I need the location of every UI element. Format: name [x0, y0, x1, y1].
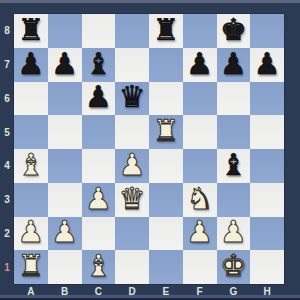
square-e6[interactable] [149, 82, 183, 116]
square-g2[interactable]: ♟ [217, 217, 251, 251]
square-d2[interactable] [115, 217, 149, 251]
piece-white-queen: ♛ [119, 184, 146, 214]
square-e5[interactable]: ♜ [149, 115, 183, 149]
rank-label-6: 6 [0, 82, 14, 116]
piece-black-rook: ♜ [17, 15, 44, 45]
rank-label-4: 4 [0, 149, 14, 183]
piece-black-pawn: ♟ [85, 82, 112, 112]
square-c7[interactable]: ♝ [82, 48, 116, 82]
square-h6[interactable] [250, 82, 284, 116]
square-g4[interactable]: ♝ [217, 149, 251, 183]
square-h5[interactable] [250, 115, 284, 149]
square-h3[interactable] [250, 183, 284, 217]
piece-white-bishop: ♝ [85, 251, 112, 281]
piece-black-bishop: ♝ [85, 49, 112, 79]
square-e4[interactable] [149, 149, 183, 183]
square-g8[interactable]: ♚ [217, 14, 251, 48]
rank-label-1: 1 [0, 250, 14, 284]
square-g1[interactable]: ♚ [217, 250, 251, 284]
square-b8[interactable] [48, 14, 82, 48]
rank-label-3: 3 [0, 183, 14, 217]
square-f6[interactable] [183, 82, 217, 116]
piece-white-rook: ♜ [17, 251, 44, 281]
square-d7[interactable] [115, 48, 149, 82]
piece-white-bishop: ♝ [17, 150, 44, 180]
square-b5[interactable] [48, 115, 82, 149]
square-e7[interactable] [149, 48, 183, 82]
square-c1[interactable]: ♝ [82, 250, 116, 284]
piece-black-pawn: ♟ [17, 49, 44, 79]
square-e2[interactable] [149, 217, 183, 251]
square-c8[interactable] [82, 14, 116, 48]
piece-white-knight: ♞ [186, 184, 213, 214]
square-c6[interactable]: ♟ [82, 82, 116, 116]
square-c3[interactable]: ♟ [82, 183, 116, 217]
square-h7[interactable]: ♟ [250, 48, 284, 82]
board: ♜♜♚♟♟♝♟♟♟♟♛♜♝♟♝♟♛♞♟♟♟♟♜♝♚ [14, 14, 284, 284]
square-g3[interactable] [217, 183, 251, 217]
square-a1[interactable]: ♜ [14, 250, 48, 284]
rank-label-7: 7 [0, 48, 14, 82]
square-b7[interactable]: ♟ [48, 48, 82, 82]
piece-white-pawn: ♟ [17, 217, 44, 247]
square-d5[interactable] [115, 115, 149, 149]
square-a3[interactable] [14, 183, 48, 217]
square-b6[interactable] [48, 82, 82, 116]
square-f1[interactable] [183, 250, 217, 284]
square-a6[interactable] [14, 82, 48, 116]
piece-black-pawn: ♟ [220, 49, 247, 79]
piece-black-rook: ♜ [152, 15, 179, 45]
square-f4[interactable] [183, 149, 217, 183]
piece-black-pawn: ♟ [51, 49, 78, 79]
piece-white-rook: ♜ [152, 116, 179, 146]
square-h2[interactable] [250, 217, 284, 251]
piece-white-king: ♚ [220, 251, 247, 281]
square-c2[interactable] [82, 217, 116, 251]
rank-label-8: 8 [0, 14, 14, 48]
square-d3[interactable]: ♛ [115, 183, 149, 217]
piece-white-pawn: ♟ [119, 150, 146, 180]
square-e8[interactable]: ♜ [149, 14, 183, 48]
square-f3[interactable]: ♞ [183, 183, 217, 217]
square-g5[interactable] [217, 115, 251, 149]
square-e1[interactable] [149, 250, 183, 284]
piece-black-king: ♚ [220, 15, 247, 45]
rank-label-5: 5 [0, 115, 14, 149]
rank-labels: 87654321 [0, 14, 14, 284]
square-c4[interactable] [82, 149, 116, 183]
piece-white-pawn: ♟ [220, 217, 247, 247]
square-a8[interactable]: ♜ [14, 14, 48, 48]
square-g7[interactable]: ♟ [217, 48, 251, 82]
rank-label-2: 2 [0, 217, 14, 251]
square-h1[interactable] [250, 250, 284, 284]
square-h8[interactable] [250, 14, 284, 48]
square-d6[interactable]: ♛ [115, 82, 149, 116]
piece-black-queen: ♛ [119, 82, 146, 112]
chess-board-frame: 87654321 ABCDEFGH ♜♜♚♟♟♝♟♟♟♟♛♜♝♟♝♟♛♞♟♟♟♟… [0, 0, 300, 300]
square-b3[interactable] [48, 183, 82, 217]
square-d4[interactable]: ♟ [115, 149, 149, 183]
square-h4[interactable] [250, 149, 284, 183]
piece-black-pawn: ♟ [186, 49, 213, 79]
square-c5[interactable] [82, 115, 116, 149]
square-d8[interactable] [115, 14, 149, 48]
piece-black-pawn: ♟ [254, 49, 281, 79]
frame-top-stripe [0, 0, 300, 3]
square-e3[interactable] [149, 183, 183, 217]
square-f7[interactable]: ♟ [183, 48, 217, 82]
square-a7[interactable]: ♟ [14, 48, 48, 82]
piece-white-pawn: ♟ [186, 217, 213, 247]
square-f5[interactable] [183, 115, 217, 149]
square-a2[interactable]: ♟ [14, 217, 48, 251]
piece-white-pawn: ♟ [51, 217, 78, 247]
square-d1[interactable] [115, 250, 149, 284]
square-a5[interactable] [14, 115, 48, 149]
square-a4[interactable]: ♝ [14, 149, 48, 183]
square-b1[interactable] [48, 250, 82, 284]
square-b2[interactable]: ♟ [48, 217, 82, 251]
square-f8[interactable] [183, 14, 217, 48]
piece-white-pawn: ♟ [85, 184, 112, 214]
square-b4[interactable] [48, 149, 82, 183]
piece-black-bishop: ♝ [220, 150, 247, 180]
square-g6[interactable] [217, 82, 251, 116]
square-f2[interactable]: ♟ [183, 217, 217, 251]
